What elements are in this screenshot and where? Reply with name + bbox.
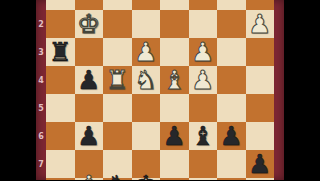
- white-bishop[interactable]: ♝: [77, 171, 100, 181]
- chess-board[interactable]: ♚♟♜♟♟♟♜♞♝♟♟♟♝♟♟♝♞♚: [46, 0, 274, 180]
- black-bishop[interactable]: ♝: [191, 122, 214, 150]
- white-pawn[interactable]: ♟: [191, 66, 214, 94]
- square-a8[interactable]: [246, 178, 275, 180]
- square-d5[interactable]: [160, 94, 189, 122]
- black-pawn[interactable]: ♟: [77, 122, 100, 150]
- square-d8[interactable]: [160, 178, 189, 180]
- letterbox-left: [0, 0, 36, 180]
- square-d6[interactable]: ♟: [160, 122, 189, 150]
- square-h5[interactable]: [46, 94, 75, 122]
- black-pawn[interactable]: ♟: [220, 122, 243, 150]
- black-pawn[interactable]: ♟: [77, 66, 100, 94]
- black-pawn[interactable]: ♟: [163, 122, 186, 150]
- white-rook[interactable]: ♜: [106, 66, 129, 94]
- square-a5[interactable]: [246, 94, 275, 122]
- square-f2[interactable]: [103, 10, 132, 38]
- square-a6[interactable]: [246, 122, 275, 150]
- square-c8[interactable]: [189, 178, 218, 180]
- square-a2[interactable]: ♟: [246, 10, 275, 38]
- white-knight[interactable]: ♞: [134, 66, 157, 94]
- square-a4[interactable]: [246, 66, 275, 94]
- square-f8[interactable]: ♞: [103, 178, 132, 180]
- white-pawn[interactable]: ♟: [191, 38, 214, 66]
- rank-label-3: 3: [36, 48, 46, 57]
- square-g8[interactable]: ♝: [75, 178, 104, 180]
- square-f4[interactable]: ♜: [103, 66, 132, 94]
- square-c4[interactable]: ♟: [189, 66, 218, 94]
- white-pawn[interactable]: ♟: [134, 38, 157, 66]
- square-c1[interactable]: [189, 0, 218, 10]
- square-d4[interactable]: ♝: [160, 66, 189, 94]
- square-e6[interactable]: [132, 122, 161, 150]
- square-g5[interactable]: [75, 94, 104, 122]
- board-frame: 234567 ♚♟♜♟♟♟♜♞♝♟♟♟♝♟♟♝♞♚: [36, 0, 284, 180]
- square-h4[interactable]: [46, 66, 75, 94]
- black-rook[interactable]: ♜: [49, 38, 72, 66]
- square-b1[interactable]: [217, 0, 246, 10]
- square-h2[interactable]: [46, 10, 75, 38]
- square-b8[interactable]: [217, 178, 246, 180]
- square-h6[interactable]: [46, 122, 75, 150]
- square-e2[interactable]: [132, 10, 161, 38]
- white-bishop[interactable]: ♝: [163, 66, 186, 94]
- rank-label-4: 4: [36, 76, 46, 85]
- white-king[interactable]: ♚: [77, 10, 100, 38]
- square-f5[interactable]: [103, 94, 132, 122]
- square-b5[interactable]: [217, 94, 246, 122]
- square-d2[interactable]: [160, 10, 189, 38]
- rank-label-5: 5: [36, 104, 46, 113]
- square-d7[interactable]: [160, 150, 189, 178]
- square-f1[interactable]: [103, 0, 132, 10]
- black-knight[interactable]: ♞: [106, 171, 129, 181]
- square-b6[interactable]: ♟: [217, 122, 246, 150]
- square-e8[interactable]: ♚: [132, 178, 161, 180]
- square-c2[interactable]: [189, 10, 218, 38]
- square-c5[interactable]: [189, 94, 218, 122]
- square-h8[interactable]: [46, 178, 75, 180]
- square-d3[interactable]: [160, 38, 189, 66]
- square-b4[interactable]: [217, 66, 246, 94]
- square-g4[interactable]: ♟: [75, 66, 104, 94]
- square-a3[interactable]: [246, 38, 275, 66]
- square-e1[interactable]: [132, 0, 161, 10]
- square-b3[interactable]: [217, 38, 246, 66]
- square-a7[interactable]: ♟: [246, 150, 275, 178]
- square-f6[interactable]: [103, 122, 132, 150]
- square-h1[interactable]: [46, 0, 75, 10]
- square-c6[interactable]: ♝: [189, 122, 218, 150]
- square-g3[interactable]: [75, 38, 104, 66]
- square-c3[interactable]: ♟: [189, 38, 218, 66]
- rank-label-2: 2: [36, 20, 46, 29]
- letterbox-right: [284, 0, 320, 180]
- square-d1[interactable]: [160, 0, 189, 10]
- rank-label-6: 6: [36, 132, 46, 141]
- square-e3[interactable]: ♟: [132, 38, 161, 66]
- square-h7[interactable]: [46, 150, 75, 178]
- black-king[interactable]: ♚: [134, 171, 157, 181]
- square-h3[interactable]: ♜: [46, 38, 75, 66]
- square-c7[interactable]: [189, 150, 218, 178]
- square-b7[interactable]: [217, 150, 246, 178]
- square-e4[interactable]: ♞: [132, 66, 161, 94]
- rank-label-7: 7: [36, 160, 46, 169]
- white-pawn[interactable]: ♟: [248, 10, 271, 38]
- black-pawn[interactable]: ♟: [248, 150, 271, 178]
- square-g2[interactable]: ♚: [75, 10, 104, 38]
- square-g6[interactable]: ♟: [75, 122, 104, 150]
- square-b2[interactable]: [217, 10, 246, 38]
- square-e5[interactable]: [132, 94, 161, 122]
- square-f3[interactable]: [103, 38, 132, 66]
